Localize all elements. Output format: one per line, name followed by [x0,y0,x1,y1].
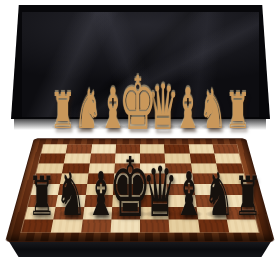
square-b1[interactable] [188,144,214,153]
piece-black-rook-a8[interactable]: ♜ [234,170,262,224]
square-h1[interactable] [41,144,67,153]
square-a1[interactable] [212,144,238,153]
piece-black-knight-g8[interactable]: ♞ [56,166,87,225]
chess-set-photo: ♜♞♝♛♚♝♞♜♜♞♝♛♚♝♞♜ [0,0,280,280]
piece-black-bishop-c8[interactable]: ♝ [174,165,205,225]
piece-black-bishop-f8[interactable]: ♝ [85,165,116,225]
case-base [8,240,272,257]
piece-black-knight-b8[interactable]: ♞ [203,166,234,225]
piece-white-knight-g1[interactable]: ♞ [74,83,102,137]
piece-white-bishop-f1[interactable]: ♝ [98,81,127,137]
piece-white-knight-b1[interactable]: ♞ [199,83,227,137]
piece-black-rook-h8[interactable]: ♜ [28,170,56,224]
piece-white-rook-h1[interactable]: ♜ [50,87,76,137]
square-g1[interactable] [66,144,92,153]
piece-white-rook-a1[interactable]: ♜ [226,87,252,137]
